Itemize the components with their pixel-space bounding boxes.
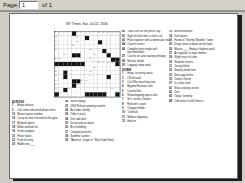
clue-number: 21 xyxy=(12,134,15,137)
clue-item: 18Make amends for xyxy=(12,126,59,129)
cell-number: 35 xyxy=(94,66,96,68)
clue-column-1: ACROSS1Bingo relative5Like some old wire… xyxy=(12,100,59,175)
clue-item: 17Ballpark figure xyxy=(12,121,59,124)
clue-item: 33Nest-egg letters xyxy=(169,73,219,76)
cell-number: 20 xyxy=(72,45,74,47)
clue-number: 5 xyxy=(12,108,13,111)
cell-number: 8 xyxy=(89,32,90,34)
clue-item: 19Sushi wrapper xyxy=(12,130,59,133)
cell-number: 18 xyxy=(76,40,78,42)
clue-column-3: 40Takes five on the porch, say41Sigh of … xyxy=(122,30,170,176)
clue-item: 30Stadium cheers xyxy=(169,60,219,63)
clue-text: Nest-egg letters xyxy=(174,73,193,76)
clue-item: 47Cue for an actor waiting offstage xyxy=(122,55,170,58)
cell-number: 24 xyxy=(94,53,96,55)
black-cell xyxy=(115,92,119,96)
clue-number: 39 xyxy=(65,139,68,142)
page-count-label: of 1 xyxy=(42,2,52,8)
cell-number: 46 xyxy=(55,88,57,90)
clue-text: Deli side dish xyxy=(70,117,86,120)
clue-number: 44 xyxy=(122,43,125,46)
clue-number: 28 xyxy=(65,109,68,112)
clue-number: 17 xyxy=(12,121,15,124)
clue-item: 7Sch. on the Charles xyxy=(122,98,170,101)
clue-text: Campfire treat made with marshmallows xyxy=(127,47,157,53)
clue-item: 37In a blue funk xyxy=(169,82,219,85)
clue-item: 46Campfire treat made with marshmallows xyxy=(122,47,170,54)
cell-number: 22 xyxy=(89,49,91,51)
cell-number: 2 xyxy=(59,32,60,34)
clue-item: 38Summer coolers xyxy=(65,135,115,138)
clue-item: 41Sigh of relief after a close call xyxy=(122,34,170,37)
clue-text: Horne of "Stormy Weather" fame xyxy=(174,39,213,42)
clue-number: 6 xyxy=(122,94,123,97)
cell-number: 44 xyxy=(72,84,74,86)
clue-section-header: DOWN xyxy=(122,68,170,71)
cell-number: 17 xyxy=(55,40,57,42)
clue-number: 9 xyxy=(122,107,123,110)
clue-section-header: ACROSS xyxy=(12,100,59,103)
cell-number: 38 xyxy=(55,75,57,77)
clue-text: Chopper blade xyxy=(127,107,144,110)
cell-number: 39 xyxy=(89,75,91,77)
clue-number: 48 xyxy=(169,99,172,102)
clue-text: Mauna ___, Hawaii's highest peak xyxy=(174,47,215,50)
cell-number: 36 xyxy=(55,71,57,73)
clue-item: 24Salon supply xyxy=(65,100,115,103)
clue-number: 37 xyxy=(65,130,68,133)
clue-text: Carry-on item checked at the gate xyxy=(17,117,57,120)
clue-item: 5Like some old wired phone lines xyxy=(12,108,59,111)
clue-item: 35Comics shriek xyxy=(169,78,219,81)
cell-number: 5 xyxy=(76,32,77,34)
clue-item: 36Bit of kindling xyxy=(65,126,115,129)
clue-item: 41Slow-cooking vessel xyxy=(169,86,219,89)
clue-item: 22Kind of artery xyxy=(12,139,59,142)
clue-text: Mine bonanzas xyxy=(174,30,192,33)
clue-text: Salon supply xyxy=(70,100,85,103)
page-number-input[interactable] xyxy=(19,1,38,9)
clue-number: 31 xyxy=(169,65,172,68)
clue-text: Slight trace of color xyxy=(174,56,197,59)
clue-text: Mozart opera number xyxy=(17,113,42,116)
clue-item: 50Logging-camp tools xyxy=(122,64,170,67)
cell-number: 41 xyxy=(81,79,83,81)
clue-item: 29Teller's stack xyxy=(65,113,115,116)
clue-number: 2 xyxy=(122,76,123,79)
clue-number: 19 xyxy=(12,130,15,133)
cell-number: 11 xyxy=(102,32,104,34)
clue-text: Teller's stack xyxy=(70,113,85,116)
clue-item: 25Drops seen at dawn on the lawn xyxy=(169,43,219,46)
cell-number: 1 xyxy=(55,32,56,34)
clue-text: Zest xyxy=(174,91,179,94)
clue-item: 34Deli side dish xyxy=(65,117,115,120)
clue-item: 35Go on and on about xyxy=(65,122,115,125)
clue-number: 23 xyxy=(12,143,15,146)
clue-item: 23Riddle-me-___ xyxy=(12,143,59,146)
cell-number: 43 xyxy=(55,84,57,86)
clue-item: 20Horne of "Stormy Weather" fame xyxy=(169,39,219,42)
clue-number: 30 xyxy=(169,60,172,63)
clue-item: 26Mauna ___, Hawaii's highest peak xyxy=(169,47,219,50)
cell-number: 10 xyxy=(98,32,100,34)
clue-item: 13Mine bonanzas xyxy=(169,30,219,33)
clue-number: 41 xyxy=(169,86,172,89)
clue-number: 40 xyxy=(122,30,125,33)
clue-item: 37Charged particles xyxy=(65,130,115,133)
clue-number: 7 xyxy=(122,98,123,101)
clue-item: 32Stately shade tree xyxy=(169,69,219,72)
clue-item: 5Coastal flier xyxy=(122,89,170,92)
clue-number: 50 xyxy=(122,64,125,67)
clue-item: 14Deli loaves xyxy=(169,34,219,37)
clue-text: Tattletale xyxy=(127,111,138,114)
clue-item: 42Zest xyxy=(169,91,219,94)
clue-number: 25 xyxy=(169,43,172,46)
cell-number: 26 xyxy=(59,58,61,60)
cell-number: 19 xyxy=(55,45,57,47)
clue-text: Poker stake xyxy=(17,134,31,137)
clue-text: Comics shriek xyxy=(174,78,191,81)
clue-item: 43Polar explorer with a namesake sea xyxy=(122,39,170,42)
clue-item: 1Bingo relative xyxy=(12,104,59,107)
preview-area: NY Times, Sat, Jul 22, 2006 123456789101… xyxy=(0,11,245,183)
clue-number: 41 xyxy=(122,34,125,37)
clue-number: 36 xyxy=(65,126,68,129)
clue-text: Hosp. recovery areas xyxy=(127,72,152,75)
clue-text: Bar order, briefly xyxy=(70,109,90,112)
cell-number: 50 xyxy=(59,92,61,94)
cell-number: 37 xyxy=(89,71,91,73)
clue-text: Showstopping opera solo xyxy=(127,94,157,97)
clue-item: 3Civil War marching tune xyxy=(122,81,170,84)
clue-item: 10Tattletale xyxy=(122,111,170,114)
clue-item: 1Hosp. recovery areas xyxy=(122,72,170,75)
cell-number: 40 xyxy=(55,79,57,81)
clue-text: As regards, in legal memos xyxy=(174,52,206,55)
clue-number: 49 xyxy=(122,59,125,62)
clue-number: 47 xyxy=(122,55,125,58)
clue-text: Church recess xyxy=(127,43,144,46)
clue-text: Young fellow xyxy=(174,65,189,68)
clue-text: Bingo relative xyxy=(17,104,33,107)
cell-number: 16 xyxy=(76,36,78,38)
clue-text: Riddle-me-___ xyxy=(17,143,34,146)
clue-number: 1 xyxy=(122,72,123,75)
clue-text: Sch. on the Charles xyxy=(127,98,150,101)
clue-text: Cue for an actor waiting offstage xyxy=(127,55,165,58)
clue-column-4: 13Mine bonanzas14Deli loaves20Horne of "… xyxy=(169,30,219,176)
clue-number: 22 xyxy=(12,139,15,142)
clue-text: Neutral shade xyxy=(127,59,144,62)
clue-text: Summer coolers xyxy=(70,135,89,138)
cell-number: 45 xyxy=(76,84,78,86)
cell-number: 31 xyxy=(107,62,109,64)
clue-text: Deli loaves xyxy=(174,34,187,37)
preview-toolbar: Page: of 1 xyxy=(0,0,245,11)
clue-item: 251958 Pulitzer-winning novelist xyxy=(65,104,115,107)
puzzle-title: NY Times, Sat, Jul 22, 2006 xyxy=(54,22,120,26)
clue-number: 4 xyxy=(122,85,123,88)
clue-item: 49Neutral shade xyxy=(122,59,170,62)
page-label: Page: xyxy=(3,2,19,8)
cell-number: 23 xyxy=(63,53,65,55)
clue-text: Bygone Russian ruler xyxy=(127,85,152,88)
clue-item: 6Showstopping opera solo xyxy=(122,94,170,97)
clue-text: Logging-camp tools xyxy=(127,64,150,67)
clue-text: Like some old wired phone lines xyxy=(17,108,55,111)
clue-number: 42 xyxy=(169,91,172,94)
cell-number: 32 xyxy=(111,62,113,64)
crossword-grid: 1234567891011121314151617181920212223242… xyxy=(54,31,120,97)
clue-number: 33 xyxy=(169,73,172,76)
clue-text: Tokyo, formerly xyxy=(174,95,192,98)
clue-item: 12Had on xyxy=(122,120,170,123)
clue-text: Drops seen at dawn on the lawn xyxy=(174,43,212,46)
clue-item: 31Young fellow xyxy=(169,65,219,68)
clue-number: 8 xyxy=(122,102,123,105)
clue-number: 27 xyxy=(169,52,172,55)
clue-item: 9Chopper blade xyxy=(122,107,170,110)
clue-item: 28Bar order, briefly xyxy=(65,109,115,112)
clue-text: Off-the-wall xyxy=(127,76,141,79)
cell-number: 29 xyxy=(98,62,100,64)
clue-text: Takes five on the porch, say xyxy=(127,30,160,33)
cell-number: 9 xyxy=(94,32,95,34)
clue-text: Bit of kindling xyxy=(70,126,86,129)
clue-number: 34 xyxy=(65,117,68,120)
print-preview-window: Page: of 1 NY Times, Sat, Jul 22, 2006 1… xyxy=(0,0,245,183)
clue-text: Reliever's asset xyxy=(127,102,146,105)
clue-text: Go on and on about xyxy=(70,122,94,125)
clue-item: 15Mozart opera number xyxy=(12,113,59,116)
clue-number: 37 xyxy=(169,82,172,85)
cell-number: 28 xyxy=(55,62,57,64)
clue-number: 5 xyxy=(122,89,123,92)
clue-item: 39"America" singer in "West Side Story" xyxy=(65,139,115,142)
clue-text: Stadium cheers xyxy=(174,60,193,63)
clue-text: Sushi wrapper xyxy=(17,130,34,133)
clue-text: 1958 Pulitzer-winning novelist xyxy=(70,104,105,107)
clue-number: 11 xyxy=(122,115,125,118)
cell-number: 6 xyxy=(81,32,82,34)
clue-number: 12 xyxy=(122,120,125,123)
clue-item: 27As regards, in legal memos xyxy=(169,52,219,55)
clue-number: 35 xyxy=(169,78,172,81)
clue-number: 13 xyxy=(169,30,172,33)
clue-number: 14 xyxy=(169,34,172,37)
clue-column-2: 24Salon supply251958 Pulitzer-winning no… xyxy=(65,100,115,175)
cell-number: 49 xyxy=(111,88,113,90)
clue-text: Ballpark figure xyxy=(17,121,34,124)
cell-number: 4 xyxy=(68,32,69,34)
clue-text: Sigh of relief after a close call xyxy=(127,34,162,37)
clue-number: 45 xyxy=(169,95,172,98)
clue-number: 24 xyxy=(65,100,68,103)
cell-number: 33 xyxy=(115,62,117,64)
cell-number: 42 xyxy=(85,79,87,81)
clue-text: Stately shade tree xyxy=(174,69,195,72)
cell-number: 15 xyxy=(55,36,57,38)
clue-item: 29Slight trace of color xyxy=(169,56,219,59)
clue-text: Had on xyxy=(127,120,136,123)
clue-text: Slow-cooking vessel xyxy=(174,86,198,89)
clue-number: 16 xyxy=(12,117,15,120)
clue-text: Mideast dignitary xyxy=(127,115,147,118)
cell-number: 21 xyxy=(55,49,57,51)
clue-number: 43 xyxy=(122,39,125,42)
clue-number: 18 xyxy=(12,126,15,129)
clue-item: 2Off-the-wall xyxy=(122,76,170,79)
clue-item: 11Mideast dignitary xyxy=(122,115,170,118)
clue-number: 38 xyxy=(65,135,68,138)
clue-text: Civil War marching tune xyxy=(127,81,155,84)
clue-text: "America" singer in "West Side Story" xyxy=(70,139,114,142)
clue-text: Coastal flier xyxy=(127,89,141,92)
printed-page: NY Times, Sat, Jul 22, 2006 123456789101… xyxy=(9,13,238,179)
cell-number: 27 xyxy=(89,58,91,60)
clue-text: Charged particles xyxy=(70,130,91,133)
cell-number: 7 xyxy=(85,32,86,34)
clue-item: 4Bygone Russian ruler xyxy=(122,85,170,88)
clue-item: 45Tokyo, formerly xyxy=(169,95,219,98)
cell-number: 48 xyxy=(68,88,70,90)
cell-number: 25 xyxy=(55,58,57,60)
clue-text: In a blue funk xyxy=(174,82,190,85)
cell-number: 13 xyxy=(111,32,113,34)
clue-item: 40Takes five on the porch, say xyxy=(122,30,170,33)
clue-number: 29 xyxy=(65,113,68,116)
clue-number: 26 xyxy=(169,47,172,50)
cell-number: 3 xyxy=(63,32,64,34)
clue-text: Polar explorer with a namesake sea xyxy=(127,39,169,42)
clue-item: 8Reliever's asset xyxy=(122,102,170,105)
clue-number: 10 xyxy=(122,111,125,114)
clue-number: 29 xyxy=(169,56,172,59)
clue-item: 48Ode writer of old Greece xyxy=(169,99,219,102)
clue-number: 3 xyxy=(122,81,123,84)
clue-number: 35 xyxy=(65,122,68,125)
cell-number: 12 xyxy=(107,32,109,34)
clue-number: 20 xyxy=(169,39,172,42)
cell-number: 47 xyxy=(63,88,65,90)
clue-number: 25 xyxy=(65,104,68,107)
clue-item: 21Poker stake xyxy=(12,134,59,137)
cell-number: 34 xyxy=(55,66,57,68)
clue-number: 15 xyxy=(12,113,15,116)
clue-text: Kind of artery xyxy=(17,139,33,142)
cell-number: 30 xyxy=(102,62,104,64)
cell-number: 14 xyxy=(115,32,117,34)
clue-number: 32 xyxy=(169,69,172,72)
clue-number: 1 xyxy=(12,104,13,107)
clue-text: Ode writer of old Greece xyxy=(174,99,203,102)
clue-item: 44Church recess xyxy=(122,43,170,46)
clue-text: Make amends for xyxy=(17,126,38,129)
clue-number: 46 xyxy=(122,47,125,50)
clue-item: 16Carry-on item checked at the gate xyxy=(12,117,59,120)
